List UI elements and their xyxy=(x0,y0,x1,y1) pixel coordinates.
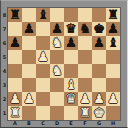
square-a4[interactable] xyxy=(8,64,22,78)
black-rook[interactable]: ♜ xyxy=(9,8,21,22)
square-h3[interactable] xyxy=(106,78,120,92)
square-a1[interactable]: ♜ xyxy=(8,106,22,120)
square-h2[interactable]: ♟ xyxy=(106,92,120,106)
square-d7[interactable]: ♟ xyxy=(50,22,64,36)
white-rook[interactable]: ♜ xyxy=(9,106,21,120)
square-f8[interactable] xyxy=(78,8,92,22)
square-f2[interactable]: ♟ xyxy=(78,92,92,106)
rank-label-5: 5 xyxy=(1,50,8,64)
file-label-b: B xyxy=(22,120,36,127)
white-pawn[interactable]: ♟ xyxy=(93,92,105,106)
square-g4[interactable] xyxy=(92,64,106,78)
square-b5[interactable] xyxy=(22,50,36,64)
chess-board-frame: ♜♝♜♟♟♛♞♚♟♟♞♟♟♝♟♞♝♟♟♛♟♟♟♜♜♚ 87654321 ABCD… xyxy=(0,0,128,128)
square-g2[interactable]: ♟ xyxy=(92,92,106,106)
square-g7[interactable]: ♚ xyxy=(92,22,106,36)
square-e8[interactable] xyxy=(64,8,78,22)
square-g8[interactable] xyxy=(92,8,106,22)
square-b1[interactable] xyxy=(22,106,36,120)
square-f1[interactable]: ♜ xyxy=(78,106,92,120)
square-c8[interactable]: ♝ xyxy=(36,8,50,22)
white-rook[interactable]: ♜ xyxy=(79,106,91,120)
square-g6[interactable]: ♟ xyxy=(92,36,106,50)
square-e6[interactable]: ♟ xyxy=(64,36,78,50)
square-h8[interactable]: ♜ xyxy=(106,8,120,22)
white-pawn[interactable]: ♟ xyxy=(9,92,21,106)
file-label-a: A xyxy=(8,120,22,127)
black-queen[interactable]: ♛ xyxy=(65,22,77,36)
white-knight[interactable]: ♞ xyxy=(51,64,63,78)
square-e3[interactable]: ♝ xyxy=(64,78,78,92)
square-a7[interactable] xyxy=(8,22,22,36)
file-label-f: F xyxy=(78,120,92,127)
square-d1[interactable] xyxy=(50,106,64,120)
square-a3[interactable] xyxy=(8,78,22,92)
square-d5[interactable] xyxy=(50,50,64,64)
file-label-g: G xyxy=(92,120,106,127)
square-a8[interactable]: ♜ xyxy=(8,8,22,22)
square-b3[interactable] xyxy=(22,78,36,92)
black-pawn[interactable]: ♟ xyxy=(65,36,77,50)
black-king[interactable]: ♚ xyxy=(93,22,105,36)
square-e5[interactable] xyxy=(64,50,78,64)
square-f3[interactable] xyxy=(78,78,92,92)
black-bishop[interactable]: ♝ xyxy=(37,8,49,22)
square-g1[interactable]: ♚ xyxy=(92,106,106,120)
rank-label-7: 7 xyxy=(1,22,8,36)
white-pawn[interactable]: ♟ xyxy=(79,92,91,106)
black-bishop[interactable]: ♝ xyxy=(107,36,119,50)
rank-label-2: 2 xyxy=(1,92,8,106)
file-label-h: H xyxy=(106,120,120,127)
square-e2[interactable]: ♛ xyxy=(64,92,78,106)
square-c4[interactable] xyxy=(36,64,50,78)
black-rook[interactable]: ♜ xyxy=(107,8,119,22)
file-label-d: D xyxy=(50,120,64,127)
square-e1[interactable] xyxy=(64,106,78,120)
rank-labels: 87654321 xyxy=(1,8,8,120)
square-f5[interactable] xyxy=(78,50,92,64)
square-d2[interactable] xyxy=(50,92,64,106)
square-b4[interactable] xyxy=(22,64,36,78)
square-a5[interactable] xyxy=(8,50,22,64)
white-bishop[interactable]: ♝ xyxy=(65,78,77,92)
square-f7[interactable]: ♞ xyxy=(78,22,92,36)
square-a2[interactable]: ♟ xyxy=(8,92,22,106)
square-e7[interactable]: ♛ xyxy=(64,22,78,36)
square-c2[interactable] xyxy=(36,92,50,106)
black-pawn[interactable]: ♟ xyxy=(23,22,35,36)
square-b7[interactable]: ♟ xyxy=(22,22,36,36)
square-g3[interactable] xyxy=(92,78,106,92)
black-pawn[interactable]: ♟ xyxy=(9,36,21,50)
square-c3[interactable] xyxy=(36,78,50,92)
square-c5[interactable]: ♟ xyxy=(36,50,50,64)
white-pawn[interactable]: ♟ xyxy=(107,92,119,106)
square-d6[interactable]: ♞ xyxy=(50,36,64,50)
white-king[interactable]: ♚ xyxy=(93,106,105,120)
square-e4[interactable] xyxy=(64,64,78,78)
file-labels: ABCDEFGH xyxy=(8,120,120,127)
rank-label-1: 1 xyxy=(1,106,8,120)
square-h6[interactable]: ♝ xyxy=(106,36,120,50)
black-pawn[interactable]: ♟ xyxy=(93,36,105,50)
square-h5[interactable] xyxy=(106,50,120,64)
square-a6[interactable]: ♟ xyxy=(8,36,22,50)
square-b2[interactable]: ♟ xyxy=(22,92,36,106)
square-f4[interactable] xyxy=(78,64,92,78)
black-pawn[interactable]: ♟ xyxy=(51,22,63,36)
square-d8[interactable] xyxy=(50,8,64,22)
square-g5[interactable] xyxy=(92,50,106,64)
chess-board: ♜♝♜♟♟♛♞♚♟♟♞♟♟♝♟♞♝♟♟♛♟♟♟♜♜♚ xyxy=(8,8,120,120)
square-c7[interactable] xyxy=(36,22,50,36)
square-c6[interactable] xyxy=(36,36,50,50)
square-d4[interactable]: ♞ xyxy=(50,64,64,78)
rank-label-8: 8 xyxy=(1,8,8,22)
rank-label-6: 6 xyxy=(1,36,8,50)
file-label-c: C xyxy=(36,120,50,127)
white-knight[interactable]: ♞ xyxy=(51,36,63,50)
square-h4[interactable] xyxy=(106,64,120,78)
square-b8[interactable] xyxy=(22,8,36,22)
square-c1[interactable] xyxy=(36,106,50,120)
square-b6[interactable] xyxy=(22,36,36,50)
square-f6[interactable] xyxy=(78,36,92,50)
black-knight[interactable]: ♞ xyxy=(79,22,91,36)
white-queen[interactable]: ♛ xyxy=(65,92,77,106)
square-d3[interactable] xyxy=(50,78,64,92)
black-pawn[interactable]: ♟ xyxy=(107,22,119,36)
square-h7[interactable]: ♟ xyxy=(106,22,120,36)
rank-label-3: 3 xyxy=(1,78,8,92)
white-pawn[interactable]: ♟ xyxy=(37,50,49,64)
white-pawn[interactable]: ♟ xyxy=(23,92,35,106)
square-h1[interactable] xyxy=(106,106,120,120)
rank-label-4: 4 xyxy=(1,64,8,78)
file-label-e: E xyxy=(64,120,78,127)
